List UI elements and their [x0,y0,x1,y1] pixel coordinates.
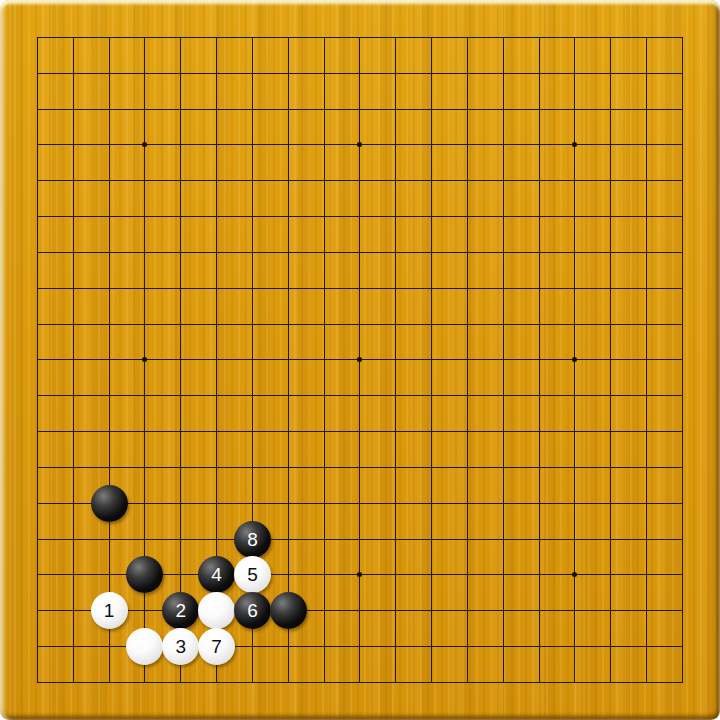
star-point [572,142,577,147]
stone-black[interactable] [270,592,307,629]
star-point [357,142,362,147]
stone-move-number: 7 [211,637,222,656]
grid-line-horizontal [37,503,683,504]
stone-move-number: 3 [176,637,187,656]
grid-line-horizontal [37,395,683,396]
grid-line-vertical [682,37,683,683]
grid-line-horizontal [37,610,683,611]
grid-line-vertical [467,37,468,683]
star-point [572,357,577,362]
stone-move-number: 2 [176,601,187,620]
star-point [357,357,362,362]
stone-white-1[interactable]: 1 [91,592,128,629]
grid-line-vertical [539,37,540,683]
stone-black-8[interactable]: 8 [234,521,271,558]
grid-line-horizontal [37,431,683,432]
star-point [572,572,577,577]
stone-move-number: 8 [247,530,258,549]
grid-line-vertical [503,37,504,683]
star-point [142,142,147,147]
stone-black[interactable] [91,485,128,522]
grid-line-vertical [395,37,396,683]
grid-line-horizontal [37,539,683,540]
star-point [142,357,147,362]
stone-move-number: 5 [247,565,258,584]
grid-line-vertical [610,37,611,683]
stone-move-number: 6 [247,601,258,620]
screenshot-root: 84512637 [0,0,720,720]
grid-line-horizontal [37,467,683,468]
stone-move-number: 4 [211,565,222,584]
grid-line-vertical [431,37,432,683]
go-board[interactable]: 84512637 [0,0,720,720]
star-point [357,572,362,577]
grid-line-horizontal [37,682,683,683]
grid-line-vertical [646,37,647,683]
stone-move-number: 1 [104,601,115,620]
